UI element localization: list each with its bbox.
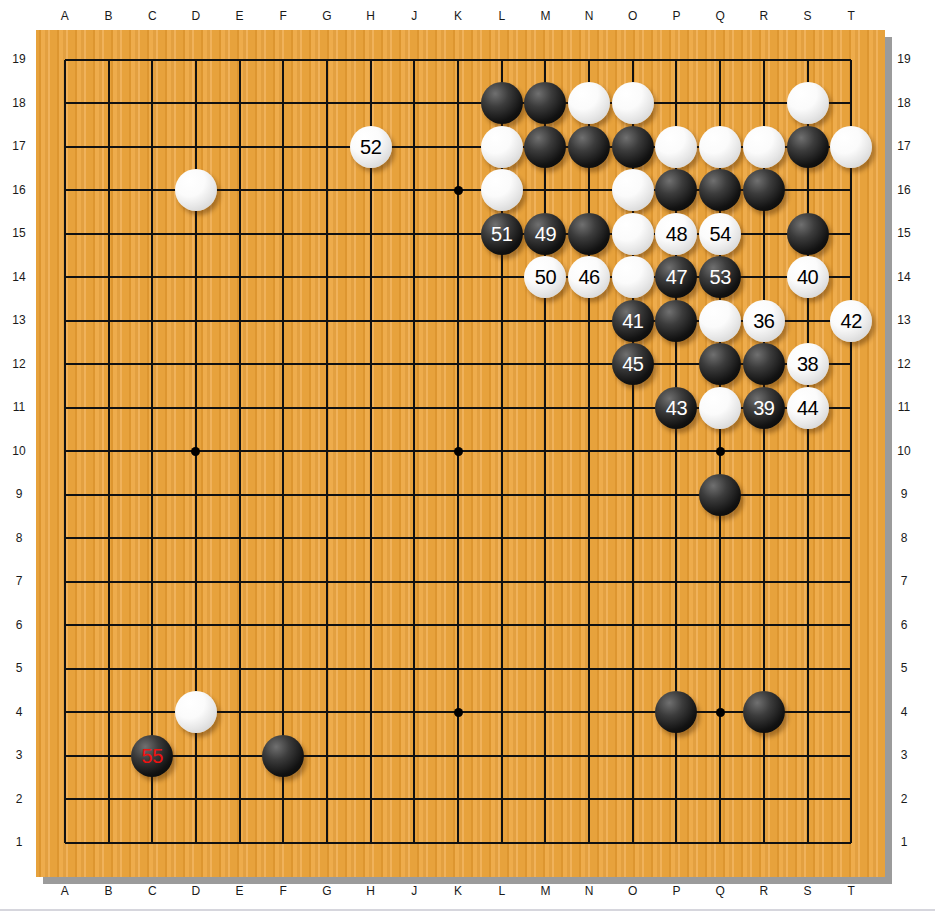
intersection-L16[interactable]	[480, 169, 524, 213]
intersection-B3[interactable]	[87, 734, 131, 778]
intersection-J7[interactable]	[393, 560, 437, 604]
intersection-K17[interactable]	[436, 125, 480, 169]
intersection-O10[interactable]	[611, 430, 655, 474]
intersection-D3[interactable]	[174, 734, 218, 778]
intersection-N16[interactable]	[567, 169, 611, 213]
intersection-J6[interactable]	[393, 604, 437, 648]
intersection-M13[interactable]	[524, 299, 568, 343]
intersection-L4[interactable]	[480, 691, 524, 735]
intersection-K10[interactable]	[436, 430, 480, 474]
intersection-L5[interactable]	[480, 647, 524, 691]
intersection-N7[interactable]	[567, 560, 611, 604]
intersection-N17[interactable]	[567, 125, 611, 169]
intersection-R10[interactable]	[742, 430, 786, 474]
intersection-E13[interactable]	[218, 299, 262, 343]
intersection-G12[interactable]	[305, 343, 349, 387]
intersection-G16[interactable]	[305, 169, 349, 213]
intersection-L8[interactable]	[480, 517, 524, 561]
intersection-A17[interactable]	[43, 125, 87, 169]
intersection-J11[interactable]	[393, 386, 437, 430]
intersection-S7[interactable]	[786, 560, 830, 604]
intersection-T12[interactable]	[829, 343, 873, 387]
intersection-S10[interactable]	[786, 430, 830, 474]
intersection-Q17[interactable]	[698, 125, 742, 169]
intersection-J5[interactable]	[393, 647, 437, 691]
intersection-F3[interactable]	[261, 734, 305, 778]
intersection-P8[interactable]	[655, 517, 699, 561]
intersection-G2[interactable]	[305, 778, 349, 822]
intersection-S18[interactable]	[786, 82, 830, 126]
intersection-B5[interactable]	[87, 647, 131, 691]
intersection-T19[interactable]	[829, 38, 873, 82]
intersection-M6[interactable]	[524, 604, 568, 648]
intersection-M5[interactable]	[524, 647, 568, 691]
intersection-A8[interactable]	[43, 517, 87, 561]
intersection-Q15[interactable]: 54	[698, 212, 742, 256]
intersection-N11[interactable]	[567, 386, 611, 430]
intersection-S17[interactable]	[786, 125, 830, 169]
intersection-B17[interactable]	[87, 125, 131, 169]
intersection-H7[interactable]	[349, 560, 393, 604]
intersection-R12[interactable]	[742, 343, 786, 387]
intersection-S15[interactable]	[786, 212, 830, 256]
intersection-R18[interactable]	[742, 82, 786, 126]
intersection-B10[interactable]	[87, 430, 131, 474]
intersection-P4[interactable]	[655, 691, 699, 735]
intersection-B13[interactable]	[87, 299, 131, 343]
intersection-H14[interactable]	[349, 256, 393, 300]
intersection-A13[interactable]	[43, 299, 87, 343]
intersection-C16[interactable]	[130, 169, 174, 213]
intersection-D15[interactable]	[174, 212, 218, 256]
intersection-M14[interactable]: 50	[524, 256, 568, 300]
intersection-T10[interactable]	[829, 430, 873, 474]
intersection-R19[interactable]	[742, 38, 786, 82]
intersection-L18[interactable]	[480, 82, 524, 126]
intersection-F7[interactable]	[261, 560, 305, 604]
intersection-T7[interactable]	[829, 560, 873, 604]
intersection-C7[interactable]	[130, 560, 174, 604]
intersection-E1[interactable]	[218, 821, 262, 865]
intersection-E7[interactable]	[218, 560, 262, 604]
intersection-E14[interactable]	[218, 256, 262, 300]
intersection-K3[interactable]	[436, 734, 480, 778]
intersection-H13[interactable]	[349, 299, 393, 343]
intersection-Q2[interactable]	[698, 778, 742, 822]
intersection-E15[interactable]	[218, 212, 262, 256]
intersection-T8[interactable]	[829, 517, 873, 561]
intersection-G9[interactable]	[305, 473, 349, 517]
intersection-S6[interactable]	[786, 604, 830, 648]
intersection-Q5[interactable]	[698, 647, 742, 691]
intersection-B11[interactable]	[87, 386, 131, 430]
intersection-N15[interactable]	[567, 212, 611, 256]
intersection-T4[interactable]	[829, 691, 873, 735]
intersection-G4[interactable]	[305, 691, 349, 735]
intersection-Q4[interactable]	[698, 691, 742, 735]
intersection-B9[interactable]	[87, 473, 131, 517]
intersection-F18[interactable]	[261, 82, 305, 126]
intersection-A3[interactable]	[43, 734, 87, 778]
intersection-P11[interactable]: 43	[655, 386, 699, 430]
intersection-Q14[interactable]: 53	[698, 256, 742, 300]
intersection-S11[interactable]: 44	[786, 386, 830, 430]
intersection-G3[interactable]	[305, 734, 349, 778]
intersection-H5[interactable]	[349, 647, 393, 691]
intersection-E17[interactable]	[218, 125, 262, 169]
intersection-M19[interactable]	[524, 38, 568, 82]
intersection-R5[interactable]	[742, 647, 786, 691]
intersection-A12[interactable]	[43, 343, 87, 387]
intersection-D19[interactable]	[174, 38, 218, 82]
intersection-H2[interactable]	[349, 778, 393, 822]
intersection-O12[interactable]: 45	[611, 343, 655, 387]
intersection-D6[interactable]	[174, 604, 218, 648]
intersection-O2[interactable]	[611, 778, 655, 822]
intersection-F13[interactable]	[261, 299, 305, 343]
intersection-H9[interactable]	[349, 473, 393, 517]
intersection-N1[interactable]	[567, 821, 611, 865]
intersection-O14[interactable]	[611, 256, 655, 300]
intersection-A1[interactable]	[43, 821, 87, 865]
intersection-E11[interactable]	[218, 386, 262, 430]
intersection-C12[interactable]	[130, 343, 174, 387]
intersection-D13[interactable]	[174, 299, 218, 343]
intersection-T11[interactable]	[829, 386, 873, 430]
intersection-O16[interactable]	[611, 169, 655, 213]
intersection-B12[interactable]	[87, 343, 131, 387]
intersection-N3[interactable]	[567, 734, 611, 778]
intersection-S4[interactable]	[786, 691, 830, 735]
intersection-C1[interactable]	[130, 821, 174, 865]
intersection-T5[interactable]	[829, 647, 873, 691]
intersection-R11[interactable]: 39	[742, 386, 786, 430]
intersection-H3[interactable]	[349, 734, 393, 778]
intersection-P19[interactable]	[655, 38, 699, 82]
intersection-M8[interactable]	[524, 517, 568, 561]
intersection-O6[interactable]	[611, 604, 655, 648]
intersection-P1[interactable]	[655, 821, 699, 865]
intersection-B16[interactable]	[87, 169, 131, 213]
intersection-H19[interactable]	[349, 38, 393, 82]
intersection-G18[interactable]	[305, 82, 349, 126]
intersection-T2[interactable]	[829, 778, 873, 822]
intersection-O19[interactable]	[611, 38, 655, 82]
intersection-K5[interactable]	[436, 647, 480, 691]
intersection-C13[interactable]	[130, 299, 174, 343]
intersection-D14[interactable]	[174, 256, 218, 300]
intersection-G15[interactable]	[305, 212, 349, 256]
intersection-Q16[interactable]	[698, 169, 742, 213]
intersection-E16[interactable]	[218, 169, 262, 213]
intersection-B19[interactable]	[87, 38, 131, 82]
intersection-G5[interactable]	[305, 647, 349, 691]
intersection-G19[interactable]	[305, 38, 349, 82]
intersection-E10[interactable]	[218, 430, 262, 474]
intersection-R8[interactable]	[742, 517, 786, 561]
intersection-J3[interactable]	[393, 734, 437, 778]
intersection-E9[interactable]	[218, 473, 262, 517]
intersection-C2[interactable]	[130, 778, 174, 822]
intersection-G8[interactable]	[305, 517, 349, 561]
intersection-S9[interactable]	[786, 473, 830, 517]
intersection-D18[interactable]	[174, 82, 218, 126]
intersection-T9[interactable]	[829, 473, 873, 517]
intersection-H12[interactable]	[349, 343, 393, 387]
intersection-R4[interactable]	[742, 691, 786, 735]
intersection-L9[interactable]	[480, 473, 524, 517]
intersection-A4[interactable]	[43, 691, 87, 735]
intersection-M1[interactable]	[524, 821, 568, 865]
intersection-F10[interactable]	[261, 430, 305, 474]
intersection-J19[interactable]	[393, 38, 437, 82]
intersection-O7[interactable]	[611, 560, 655, 604]
intersection-K19[interactable]	[436, 38, 480, 82]
intersection-H8[interactable]	[349, 517, 393, 561]
intersection-K14[interactable]	[436, 256, 480, 300]
intersection-Q3[interactable]	[698, 734, 742, 778]
intersection-N18[interactable]	[567, 82, 611, 126]
intersection-D11[interactable]	[174, 386, 218, 430]
intersection-K12[interactable]	[436, 343, 480, 387]
intersection-B7[interactable]	[87, 560, 131, 604]
intersection-M12[interactable]	[524, 343, 568, 387]
intersection-O3[interactable]	[611, 734, 655, 778]
intersection-K16[interactable]	[436, 169, 480, 213]
intersection-P3[interactable]	[655, 734, 699, 778]
intersection-E8[interactable]	[218, 517, 262, 561]
intersection-L3[interactable]	[480, 734, 524, 778]
intersection-R17[interactable]	[742, 125, 786, 169]
intersection-B4[interactable]	[87, 691, 131, 735]
intersection-A11[interactable]	[43, 386, 87, 430]
intersection-B18[interactable]	[87, 82, 131, 126]
intersection-B1[interactable]	[87, 821, 131, 865]
intersection-E4[interactable]	[218, 691, 262, 735]
intersection-J18[interactable]	[393, 82, 437, 126]
intersection-K11[interactable]	[436, 386, 480, 430]
intersection-H15[interactable]	[349, 212, 393, 256]
intersection-P17[interactable]	[655, 125, 699, 169]
intersection-T6[interactable]	[829, 604, 873, 648]
intersection-J2[interactable]	[393, 778, 437, 822]
intersection-A9[interactable]	[43, 473, 87, 517]
intersection-H1[interactable]	[349, 821, 393, 865]
intersection-J17[interactable]	[393, 125, 437, 169]
intersection-T13[interactable]: 42	[829, 299, 873, 343]
intersection-A5[interactable]	[43, 647, 87, 691]
intersection-A6[interactable]	[43, 604, 87, 648]
intersection-C18[interactable]	[130, 82, 174, 126]
intersection-J12[interactable]	[393, 343, 437, 387]
intersection-G13[interactable]	[305, 299, 349, 343]
intersection-M4[interactable]	[524, 691, 568, 735]
intersection-H10[interactable]	[349, 430, 393, 474]
intersection-S14[interactable]: 40	[786, 256, 830, 300]
intersection-H16[interactable]	[349, 169, 393, 213]
intersection-J10[interactable]	[393, 430, 437, 474]
intersection-Q12[interactable]	[698, 343, 742, 387]
intersection-Q10[interactable]	[698, 430, 742, 474]
intersection-J9[interactable]	[393, 473, 437, 517]
intersection-D12[interactable]	[174, 343, 218, 387]
intersection-H18[interactable]	[349, 82, 393, 126]
intersection-B8[interactable]	[87, 517, 131, 561]
intersection-Q13[interactable]	[698, 299, 742, 343]
intersection-H6[interactable]	[349, 604, 393, 648]
intersection-J1[interactable]	[393, 821, 437, 865]
intersection-K13[interactable]	[436, 299, 480, 343]
intersection-A19[interactable]	[43, 38, 87, 82]
intersection-R1[interactable]	[742, 821, 786, 865]
intersection-L1[interactable]	[480, 821, 524, 865]
intersection-J4[interactable]	[393, 691, 437, 735]
intersection-T1[interactable]	[829, 821, 873, 865]
intersection-F12[interactable]	[261, 343, 305, 387]
intersection-F15[interactable]	[261, 212, 305, 256]
intersection-K8[interactable]	[436, 517, 480, 561]
intersection-C8[interactable]	[130, 517, 174, 561]
intersection-S16[interactable]	[786, 169, 830, 213]
intersection-L6[interactable]	[480, 604, 524, 648]
intersection-J15[interactable]	[393, 212, 437, 256]
intersection-B14[interactable]	[87, 256, 131, 300]
intersection-T18[interactable]	[829, 82, 873, 126]
intersection-E19[interactable]	[218, 38, 262, 82]
intersection-S2[interactable]	[786, 778, 830, 822]
intersection-C10[interactable]	[130, 430, 174, 474]
intersection-M17[interactable]	[524, 125, 568, 169]
intersection-O11[interactable]	[611, 386, 655, 430]
intersection-C11[interactable]	[130, 386, 174, 430]
intersection-M2[interactable]	[524, 778, 568, 822]
intersection-N9[interactable]	[567, 473, 611, 517]
intersection-B6[interactable]	[87, 604, 131, 648]
intersection-M15[interactable]: 49	[524, 212, 568, 256]
intersection-O4[interactable]	[611, 691, 655, 735]
intersection-K2[interactable]	[436, 778, 480, 822]
intersection-C6[interactable]	[130, 604, 174, 648]
intersection-O5[interactable]	[611, 647, 655, 691]
intersection-L14[interactable]	[480, 256, 524, 300]
intersection-C15[interactable]	[130, 212, 174, 256]
intersection-F6[interactable]	[261, 604, 305, 648]
intersection-H17[interactable]: 52	[349, 125, 393, 169]
intersection-K1[interactable]	[436, 821, 480, 865]
intersection-R7[interactable]	[742, 560, 786, 604]
intersection-R6[interactable]	[742, 604, 786, 648]
intersection-H4[interactable]	[349, 691, 393, 735]
intersection-C9[interactable]	[130, 473, 174, 517]
intersection-A10[interactable]	[43, 430, 87, 474]
intersection-A15[interactable]	[43, 212, 87, 256]
intersection-F14[interactable]	[261, 256, 305, 300]
intersection-R3[interactable]	[742, 734, 786, 778]
intersection-L12[interactable]	[480, 343, 524, 387]
intersection-K4[interactable]	[436, 691, 480, 735]
intersection-S3[interactable]	[786, 734, 830, 778]
intersection-Q8[interactable]	[698, 517, 742, 561]
intersection-J8[interactable]	[393, 517, 437, 561]
intersection-O1[interactable]	[611, 821, 655, 865]
intersection-M11[interactable]	[524, 386, 568, 430]
intersection-O15[interactable]	[611, 212, 655, 256]
intersection-P5[interactable]	[655, 647, 699, 691]
intersection-E12[interactable]	[218, 343, 262, 387]
intersection-P2[interactable]	[655, 778, 699, 822]
intersection-F8[interactable]	[261, 517, 305, 561]
intersection-L10[interactable]	[480, 430, 524, 474]
intersection-T16[interactable]	[829, 169, 873, 213]
intersection-B2[interactable]	[87, 778, 131, 822]
intersection-S1[interactable]	[786, 821, 830, 865]
intersection-M16[interactable]	[524, 169, 568, 213]
intersection-G10[interactable]	[305, 430, 349, 474]
intersection-F11[interactable]	[261, 386, 305, 430]
intersection-M7[interactable]	[524, 560, 568, 604]
intersection-T14[interactable]	[829, 256, 873, 300]
intersection-R15[interactable]	[742, 212, 786, 256]
intersection-O17[interactable]	[611, 125, 655, 169]
intersection-N14[interactable]: 46	[567, 256, 611, 300]
intersection-K6[interactable]	[436, 604, 480, 648]
intersection-G7[interactable]	[305, 560, 349, 604]
intersection-G1[interactable]	[305, 821, 349, 865]
intersection-C4[interactable]	[130, 691, 174, 735]
intersection-O13[interactable]: 41	[611, 299, 655, 343]
intersection-N19[interactable]	[567, 38, 611, 82]
intersection-L2[interactable]	[480, 778, 524, 822]
intersection-G17[interactable]	[305, 125, 349, 169]
intersection-J16[interactable]	[393, 169, 437, 213]
intersection-E3[interactable]	[218, 734, 262, 778]
intersection-F9[interactable]	[261, 473, 305, 517]
intersection-E6[interactable]	[218, 604, 262, 648]
intersection-F2[interactable]	[261, 778, 305, 822]
intersection-A7[interactable]	[43, 560, 87, 604]
intersection-L13[interactable]	[480, 299, 524, 343]
intersection-C19[interactable]	[130, 38, 174, 82]
intersection-N6[interactable]	[567, 604, 611, 648]
intersection-F4[interactable]	[261, 691, 305, 735]
intersection-J14[interactable]	[393, 256, 437, 300]
intersection-P14[interactable]: 47	[655, 256, 699, 300]
intersection-R9[interactable]	[742, 473, 786, 517]
intersection-F16[interactable]	[261, 169, 305, 213]
intersection-D10[interactable]	[174, 430, 218, 474]
intersection-D9[interactable]	[174, 473, 218, 517]
intersection-P13[interactable]	[655, 299, 699, 343]
intersection-B15[interactable]	[87, 212, 131, 256]
intersection-Q6[interactable]	[698, 604, 742, 648]
intersection-P12[interactable]	[655, 343, 699, 387]
intersection-C14[interactable]	[130, 256, 174, 300]
intersection-S13[interactable]	[786, 299, 830, 343]
intersection-L7[interactable]	[480, 560, 524, 604]
intersection-N4[interactable]	[567, 691, 611, 735]
intersection-E2[interactable]	[218, 778, 262, 822]
intersection-M18[interactable]	[524, 82, 568, 126]
intersection-F1[interactable]	[261, 821, 305, 865]
intersection-A14[interactable]	[43, 256, 87, 300]
intersection-D8[interactable]	[174, 517, 218, 561]
intersection-M3[interactable]	[524, 734, 568, 778]
intersection-N2[interactable]	[567, 778, 611, 822]
intersection-N13[interactable]	[567, 299, 611, 343]
intersection-S5[interactable]	[786, 647, 830, 691]
intersection-D2[interactable]	[174, 778, 218, 822]
intersection-K7[interactable]	[436, 560, 480, 604]
